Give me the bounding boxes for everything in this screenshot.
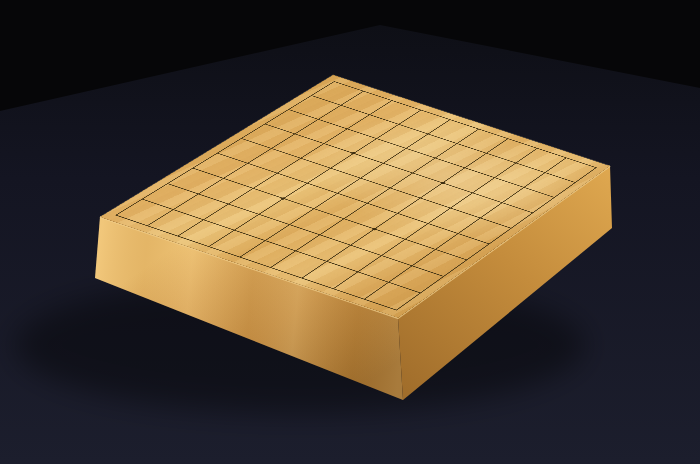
scene	[0, 0, 700, 464]
